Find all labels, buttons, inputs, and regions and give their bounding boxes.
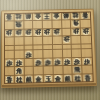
gote-piece-p[interactable]: 歩 (72, 28, 80, 35)
square-6-9[interactable]: 金 (34, 75, 44, 82)
square-5-4[interactable] (43, 37, 53, 45)
sente-piece-K[interactable]: 玉 (44, 75, 52, 82)
square-9-1[interactable]: 香 (5, 14, 14, 22)
gote-piece-l[interactable]: 香 (5, 14, 13, 21)
square-1-2[interactable] (81, 20, 91, 28)
square-7-8[interactable] (24, 67, 34, 75)
square-6-7[interactable]: 歩 (34, 59, 44, 67)
square-9-3[interactable]: 歩 (5, 30, 15, 38)
square-2-2[interactable]: 角 (71, 20, 81, 28)
sente-piece-P[interactable]: 歩 (44, 58, 52, 65)
sente-piece-G[interactable]: 金 (35, 75, 43, 82)
square-9-8[interactable] (5, 67, 15, 75)
square-7-9[interactable]: 銀 (24, 75, 34, 82)
square-9-4[interactable] (5, 37, 15, 45)
shogi-board: 香桂銀金王金銀桂香飛角歩歩歩歩歩歩歩歩歩歩歩歩歩歩歩歩歩歩角飛香桂銀金玉金銀桂香 (1, 9, 97, 88)
gote-piece-n[interactable]: 桂 (71, 13, 79, 20)
square-8-2[interactable]: 飛 (14, 22, 24, 30)
square-8-8[interactable]: 角 (15, 67, 25, 75)
sente-piece-P[interactable]: 歩 (73, 58, 81, 65)
sente-piece-N[interactable]: 桂 (73, 74, 81, 81)
square-6-3[interactable]: 歩 (34, 29, 44, 37)
square-7-2[interactable] (24, 21, 34, 29)
square-1-7[interactable]: 歩 (82, 58, 92, 66)
square-4-2[interactable] (52, 21, 62, 29)
sente-piece-P[interactable]: 歩 (25, 51, 33, 58)
square-5-7[interactable]: 歩 (44, 58, 54, 66)
square-8-4[interactable] (15, 37, 25, 45)
gote-piece-k[interactable]: 王 (43, 13, 51, 20)
square-1-9[interactable]: 香 (83, 74, 93, 81)
square-4-7[interactable]: 歩 (53, 58, 63, 66)
square-3-8[interactable] (63, 66, 73, 74)
square-5-1[interactable]: 王 (43, 13, 53, 21)
square-8-3[interactable]: 歩 (14, 29, 24, 37)
square-9-9[interactable]: 香 (5, 75, 15, 82)
sente-piece-L[interactable]: 香 (84, 74, 92, 81)
square-1-4[interactable] (81, 36, 91, 44)
square-3-2[interactable] (62, 21, 72, 29)
gote-piece-p[interactable]: 歩 (43, 29, 51, 36)
square-7-7[interactable] (24, 59, 34, 67)
gote-piece-p[interactable]: 歩 (24, 29, 32, 36)
gote-piece-g[interactable]: 金 (34, 13, 42, 20)
board-wood-surface: 香桂銀金王金銀桂香飛角歩歩歩歩歩歩歩歩歩歩歩歩歩歩歩歩歩歩角飛香桂銀金玉金銀桂香 (1, 9, 97, 88)
gote-piece-p[interactable]: 歩 (82, 28, 90, 35)
square-2-4[interactable] (72, 36, 82, 44)
square-1-3[interactable]: 歩 (81, 28, 91, 36)
gote-piece-n[interactable]: 桂 (15, 14, 23, 21)
square-3-9[interactable]: 銀 (63, 74, 73, 81)
square-2-7[interactable]: 歩 (72, 58, 82, 66)
square-9-6[interactable] (5, 51, 15, 59)
square-5-3[interactable]: 歩 (43, 29, 53, 37)
gote-piece-s[interactable]: 銀 (62, 13, 70, 20)
square-5-9[interactable]: 玉 (44, 75, 54, 82)
square-6-1[interactable]: 金 (33, 13, 43, 21)
square-6-4[interactable] (34, 37, 44, 45)
gote-piece-l[interactable]: 香 (81, 12, 89, 19)
sente-piece-P[interactable]: 歩 (34, 59, 42, 66)
sente-piece-P[interactable]: 歩 (5, 59, 13, 66)
square-4-9[interactable]: 金 (54, 74, 64, 81)
square-8-6[interactable] (15, 51, 25, 59)
sente-piece-P[interactable]: 歩 (15, 59, 23, 66)
gote-piece-b[interactable]: 角 (72, 20, 80, 27)
square-1-6[interactable] (82, 49, 92, 57)
square-8-7[interactable]: 歩 (15, 59, 25, 67)
square-4-4[interactable] (53, 36, 63, 44)
square-6-2[interactable] (33, 21, 43, 29)
sente-piece-N[interactable]: 桂 (15, 75, 23, 82)
square-3-7[interactable]: 歩 (63, 58, 73, 66)
square-7-6[interactable]: 歩 (24, 51, 34, 59)
square-5-8[interactable] (44, 66, 54, 74)
gote-piece-r[interactable]: 飛 (15, 22, 23, 29)
square-4-6[interactable] (53, 50, 63, 58)
square-2-3[interactable]: 歩 (72, 28, 82, 36)
sente-piece-B[interactable]: 角 (15, 67, 23, 74)
board-grid: 香桂銀金王金銀桂香飛角歩歩歩歩歩歩歩歩歩歩歩歩歩歩歩歩歩歩角飛香桂銀金玉金銀桂香 (4, 11, 94, 84)
gote-piece-p[interactable]: 歩 (63, 36, 71, 43)
sente-piece-P[interactable]: 歩 (83, 58, 91, 65)
gote-piece-p[interactable]: 歩 (15, 29, 23, 36)
square-4-1[interactable]: 金 (52, 13, 62, 21)
sente-piece-P[interactable]: 歩 (54, 58, 62, 65)
gote-piece-p[interactable]: 歩 (5, 30, 13, 37)
square-9-7[interactable]: 歩 (5, 59, 15, 67)
square-7-4[interactable] (24, 37, 34, 45)
gote-piece-p[interactable]: 歩 (53, 29, 61, 36)
square-8-1[interactable]: 桂 (14, 14, 24, 22)
sente-piece-S[interactable]: 銀 (64, 74, 72, 81)
square-4-3[interactable]: 歩 (53, 29, 63, 37)
square-7-1[interactable]: 銀 (24, 14, 34, 22)
square-6-8[interactable] (34, 67, 44, 75)
square-2-9[interactable]: 桂 (73, 74, 83, 81)
sente-piece-R[interactable]: 飛 (73, 66, 81, 73)
square-1-1[interactable]: 香 (80, 12, 90, 20)
gote-piece-g[interactable]: 金 (53, 13, 61, 20)
square-1-8[interactable] (82, 66, 92, 74)
square-5-2[interactable] (43, 21, 53, 29)
square-8-9[interactable]: 桂 (15, 75, 25, 82)
sente-piece-L[interactable]: 香 (5, 76, 13, 83)
square-7-3[interactable]: 歩 (24, 29, 34, 37)
sente-piece-S[interactable]: 銀 (25, 75, 33, 82)
square-3-6[interactable] (63, 50, 73, 58)
square-6-6[interactable] (34, 50, 44, 58)
gote-piece-p[interactable]: 歩 (34, 29, 42, 36)
square-2-8[interactable]: 飛 (73, 66, 83, 74)
square-9-2[interactable] (5, 22, 15, 30)
square-3-3[interactable] (62, 28, 72, 36)
square-5-6[interactable] (43, 50, 53, 58)
square-2-1[interactable]: 桂 (71, 13, 81, 21)
photo-scene: 香桂銀金王金銀桂香飛角歩歩歩歩歩歩歩歩歩歩歩歩歩歩歩歩歩歩角飛香桂銀金玉金銀桂香 (0, 0, 100, 100)
sente-piece-G[interactable]: 金 (54, 75, 62, 82)
square-3-1[interactable]: 銀 (62, 13, 72, 21)
square-3-4[interactable]: 歩 (62, 36, 72, 44)
gote-piece-s[interactable]: 銀 (24, 14, 32, 21)
square-2-6[interactable] (72, 50, 82, 58)
sente-piece-P[interactable]: 歩 (63, 58, 71, 65)
square-4-8[interactable] (53, 66, 63, 74)
